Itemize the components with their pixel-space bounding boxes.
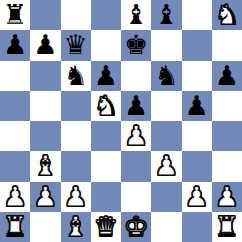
black-pawn[interactable]: ♟ <box>185 91 209 121</box>
square-g5[interactable]: ♟ <box>182 91 212 121</box>
square-g4[interactable] <box>182 121 212 151</box>
square-d2[interactable] <box>91 182 121 212</box>
square-b5[interactable] <box>30 91 60 121</box>
square-a1[interactable]: ♜ <box>0 212 30 242</box>
square-b6[interactable] <box>30 61 60 91</box>
square-c7[interactable]: ♛ <box>61 30 91 60</box>
square-h3[interactable] <box>212 151 242 181</box>
square-g1[interactable] <box>182 212 212 242</box>
square-a6[interactable] <box>0 61 30 91</box>
chess-board: ♜♝♝♞♟♟♛♚♞♟♞♟♞♟♟♟♝♟♟♟♟♟♟♜♝♛♚♜ <box>0 0 242 242</box>
square-f6[interactable]: ♞ <box>151 61 181 91</box>
black-pawn[interactable]: ♟ <box>94 61 118 91</box>
black-rook[interactable]: ♜ <box>3 0 27 30</box>
square-f1[interactable] <box>151 212 181 242</box>
square-c3[interactable] <box>61 151 91 181</box>
square-b1[interactable] <box>30 212 60 242</box>
square-g6[interactable] <box>182 61 212 91</box>
square-g3[interactable] <box>182 151 212 181</box>
black-queen[interactable]: ♛ <box>64 30 88 60</box>
square-g2[interactable]: ♟ <box>182 182 212 212</box>
square-a5[interactable] <box>0 91 30 121</box>
square-h4[interactable] <box>212 121 242 151</box>
square-b2[interactable]: ♟ <box>30 182 60 212</box>
square-b7[interactable]: ♟ <box>30 30 60 60</box>
white-queen[interactable]: ♛ <box>94 212 118 242</box>
square-d4[interactable] <box>91 121 121 151</box>
white-bishop[interactable]: ♝ <box>64 212 88 242</box>
black-knight[interactable]: ♞ <box>154 61 178 91</box>
square-c8[interactable] <box>61 0 91 30</box>
square-e7[interactable]: ♚ <box>121 30 151 60</box>
black-knight[interactable]: ♞ <box>64 61 88 91</box>
square-h7[interactable] <box>212 30 242 60</box>
black-bishop[interactable]: ♝ <box>124 0 148 30</box>
black-pawn[interactable]: ♟ <box>33 30 57 60</box>
square-e6[interactable] <box>121 61 151 91</box>
square-h5[interactable] <box>212 91 242 121</box>
square-f3[interactable]: ♟ <box>151 151 181 181</box>
black-pawn[interactable]: ♟ <box>215 61 239 91</box>
square-f2[interactable] <box>151 182 181 212</box>
square-a2[interactable]: ♟ <box>0 182 30 212</box>
square-e5[interactable]: ♟ <box>121 91 151 121</box>
square-d8[interactable] <box>91 0 121 30</box>
black-bishop[interactable]: ♝ <box>154 0 178 30</box>
square-c4[interactable] <box>61 121 91 151</box>
square-b4[interactable] <box>30 121 60 151</box>
white-rook[interactable]: ♜ <box>215 212 239 242</box>
square-h2[interactable]: ♟ <box>212 182 242 212</box>
square-f7[interactable] <box>151 30 181 60</box>
square-e1[interactable]: ♚ <box>121 212 151 242</box>
white-bishop[interactable]: ♝ <box>33 151 57 181</box>
black-pawn[interactable]: ♟ <box>3 30 27 60</box>
square-h8[interactable]: ♞ <box>212 0 242 30</box>
white-pawn[interactable]: ♟ <box>154 151 178 181</box>
white-rook[interactable]: ♜ <box>3 212 27 242</box>
square-e8[interactable]: ♝ <box>121 0 151 30</box>
square-a7[interactable]: ♟ <box>0 30 30 60</box>
square-d1[interactable]: ♛ <box>91 212 121 242</box>
white-pawn[interactable]: ♟ <box>215 182 239 212</box>
square-f4[interactable] <box>151 121 181 151</box>
white-pawn[interactable]: ♟ <box>185 182 209 212</box>
white-knight[interactable]: ♞ <box>215 0 239 30</box>
white-king[interactable]: ♚ <box>124 212 148 242</box>
white-knight[interactable]: ♞ <box>94 91 118 121</box>
square-e3[interactable] <box>121 151 151 181</box>
square-d3[interactable] <box>91 151 121 181</box>
black-pawn[interactable]: ♟ <box>124 91 148 121</box>
black-king[interactable]: ♚ <box>124 30 148 60</box>
square-d5[interactable]: ♞ <box>91 91 121 121</box>
square-d6[interactable]: ♟ <box>91 61 121 91</box>
square-a4[interactable] <box>0 121 30 151</box>
square-b3[interactable]: ♝ <box>30 151 60 181</box>
square-b8[interactable] <box>30 0 60 30</box>
white-pawn[interactable]: ♟ <box>33 182 57 212</box>
square-g8[interactable] <box>182 0 212 30</box>
square-d7[interactable] <box>91 30 121 60</box>
square-c2[interactable]: ♟ <box>61 182 91 212</box>
square-e2[interactable] <box>121 182 151 212</box>
white-pawn[interactable]: ♟ <box>124 121 148 151</box>
square-c5[interactable] <box>61 91 91 121</box>
square-g7[interactable] <box>182 30 212 60</box>
square-c1[interactable]: ♝ <box>61 212 91 242</box>
square-f5[interactable] <box>151 91 181 121</box>
square-f8[interactable]: ♝ <box>151 0 181 30</box>
square-c6[interactable]: ♞ <box>61 61 91 91</box>
square-a3[interactable] <box>0 151 30 181</box>
white-pawn[interactable]: ♟ <box>3 182 27 212</box>
square-h6[interactable]: ♟ <box>212 61 242 91</box>
square-h1[interactable]: ♜ <box>212 212 242 242</box>
white-pawn[interactable]: ♟ <box>64 182 88 212</box>
square-a8[interactable]: ♜ <box>0 0 30 30</box>
square-e4[interactable]: ♟ <box>121 121 151 151</box>
